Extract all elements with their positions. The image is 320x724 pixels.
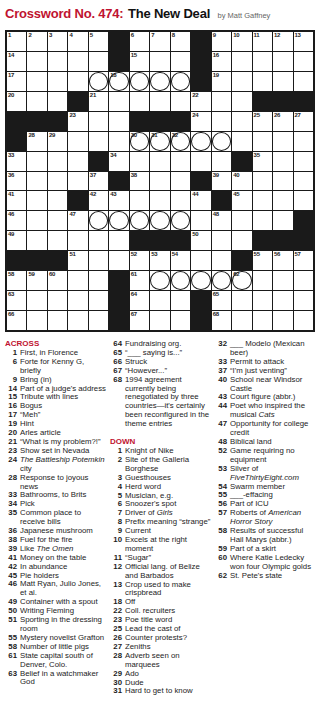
grid-cell[interactable]: [150, 291, 169, 310]
grid-cell[interactable]: [150, 191, 169, 210]
grid-cell[interactable]: [27, 211, 46, 230]
clue-text: Crop used to make crispbread: [125, 581, 211, 599]
grid-cell[interactable]: [68, 152, 87, 171]
circled-cell[interactable]: 30: [130, 132, 149, 151]
circled-cell[interactable]: [130, 72, 149, 91]
crossword-grid: 1234567891011121314151617181920212223242…: [5, 30, 315, 332]
grid-cell[interactable]: 36: [7, 172, 26, 191]
grid-cell[interactable]: [171, 311, 190, 330]
cell-number: 19: [213, 72, 219, 79]
black-square: [27, 251, 46, 270]
grid-cell[interactable]: [68, 52, 87, 71]
grid-cell[interactable]: 42: [89, 191, 108, 210]
grid-cell[interactable]: [253, 271, 272, 290]
down-clue-52: 52Game requiring no equipment: [215, 447, 315, 465]
grid-cell[interactable]: [48, 231, 67, 250]
grid-cell[interactable]: 15: [130, 52, 149, 71]
grid-cell[interactable]: 25: [253, 112, 272, 131]
grid-cell[interactable]: [89, 132, 108, 151]
down-clue-58: 58Results of successful Hail Marys (abbr…: [215, 527, 315, 545]
black-square: [68, 92, 87, 111]
circled-cell[interactable]: [191, 132, 210, 151]
grid-cell[interactable]: [48, 152, 67, 171]
grid-cell[interactable]: [273, 132, 292, 151]
grid-cell[interactable]: [68, 311, 87, 330]
clue-number: 53: [215, 465, 230, 483]
grid-cell[interactable]: 47: [68, 211, 87, 230]
grid-cell[interactable]: [27, 191, 46, 210]
clue-number: 12: [110, 563, 125, 581]
clue-number: 44: [215, 402, 230, 420]
cell-number: 27: [295, 112, 301, 119]
grid-cell[interactable]: [232, 132, 251, 151]
grid-cell[interactable]: 52: [130, 251, 149, 270]
grid-cell[interactable]: 22: [191, 92, 210, 111]
clue-text: Belief in a watchmaker God: [20, 670, 106, 688]
grid-cell[interactable]: [48, 72, 67, 91]
across-clue-61: 61State capital south of Denver, Colo.: [5, 652, 106, 670]
cell-number: 58: [8, 271, 14, 278]
grid-cell[interactable]: [89, 291, 108, 310]
grid-cell[interactable]: [294, 52, 313, 71]
grid-cell[interactable]: 54: [171, 251, 190, 270]
grid-cell[interactable]: [294, 311, 313, 330]
clue-text: 1994 agreement currently being renegotia…: [125, 376, 211, 429]
cell-number: 17: [8, 72, 14, 79]
circled-cell[interactable]: [150, 211, 169, 230]
cell-number: 10: [233, 32, 239, 39]
grid-cell[interactable]: [212, 152, 231, 171]
clue-number: 58: [215, 527, 230, 545]
grid-cell[interactable]: [232, 291, 251, 310]
grid-cell[interactable]: 66: [7, 311, 26, 330]
grid-cell[interactable]: 14: [7, 52, 26, 71]
grid-cell[interactable]: [68, 132, 87, 151]
grid-cell[interactable]: [89, 271, 108, 290]
black-square: [191, 291, 210, 310]
grid-cell[interactable]: 11: [253, 32, 272, 51]
cell-number: 5: [90, 32, 93, 39]
cell-number: 15: [131, 52, 137, 59]
grid-cell[interactable]: [150, 311, 169, 330]
grid-cell[interactable]: [253, 311, 272, 330]
cell-number: 57: [295, 251, 301, 258]
grid-cell[interactable]: 20: [7, 92, 26, 111]
puzzle-title: The New Deal: [128, 6, 210, 21]
cell-number: 61: [131, 271, 137, 278]
cell-number: 23: [69, 112, 75, 119]
grid-cell[interactable]: [130, 152, 149, 171]
grid-cell[interactable]: [109, 231, 128, 250]
grid-cell[interactable]: [232, 112, 251, 131]
clue-column-3: 32___ Modelo (Mexican beer)33Permit to a…: [215, 340, 315, 696]
grid-cell[interactable]: [171, 92, 190, 111]
grid-cell[interactable]: 51: [68, 251, 87, 270]
grid-cell[interactable]: 43: [109, 191, 128, 210]
grid-cell[interactable]: [294, 132, 313, 151]
grid-cell[interactable]: 45: [232, 191, 251, 210]
grid-cell[interactable]: 29: [48, 132, 67, 151]
grid-cell[interactable]: [48, 92, 67, 111]
cell-number: 32: [172, 132, 178, 139]
grid-cell[interactable]: 46: [7, 211, 26, 230]
grid-cell[interactable]: [68, 72, 87, 91]
grid-cell[interactable]: [171, 172, 190, 191]
grid-cell[interactable]: [253, 52, 272, 71]
grid-cell[interactable]: [273, 172, 292, 191]
black-square: [109, 52, 128, 71]
grid-cell[interactable]: 12: [273, 32, 292, 51]
grid-cell[interactable]: [150, 92, 169, 111]
cell-number: 55: [254, 251, 260, 258]
grid-cell[interactable]: 3: [48, 32, 67, 51]
grid-cell[interactable]: [89, 231, 108, 250]
circled-cell[interactable]: 62: [232, 271, 251, 290]
grid-cell[interactable]: [253, 191, 272, 210]
grid-cell[interactable]: [232, 211, 251, 230]
cell-number: 1: [8, 32, 11, 39]
grid-cell[interactable]: [109, 251, 128, 270]
black-square: [48, 251, 67, 270]
grid-cell[interactable]: [89, 112, 108, 131]
grid-cell[interactable]: [27, 291, 46, 310]
grid-cell[interactable]: 57: [294, 251, 313, 270]
circled-cell[interactable]: [150, 271, 169, 290]
black-square: [294, 231, 313, 250]
circled-cell[interactable]: [89, 72, 108, 91]
black-square: [130, 231, 149, 250]
grid-cell[interactable]: 7: [150, 32, 169, 51]
grid-cell[interactable]: 2: [27, 32, 46, 51]
grid-cell[interactable]: [171, 52, 190, 71]
grid-cell[interactable]: [171, 152, 190, 171]
grid-cell[interactable]: [273, 52, 292, 71]
grid-cell[interactable]: 38: [130, 172, 149, 191]
grid-cell[interactable]: [253, 172, 272, 191]
grid-cell[interactable]: 41: [7, 191, 26, 210]
cell-number: 37: [90, 172, 96, 179]
grid-cell[interactable]: [294, 152, 313, 171]
grid-cell[interactable]: [273, 291, 292, 310]
grid-cell[interactable]: 8: [171, 32, 190, 51]
cell-number: 59: [28, 271, 34, 278]
circled-cell[interactable]: [150, 72, 169, 91]
grid-cell[interactable]: 17: [7, 72, 26, 91]
grid-cell[interactable]: [232, 311, 251, 330]
grid-cell[interactable]: [294, 191, 313, 210]
grid-cell[interactable]: [232, 92, 251, 111]
grid-cell[interactable]: 56: [273, 251, 292, 270]
black-square: [7, 132, 26, 151]
grid-cell[interactable]: 9: [212, 32, 231, 51]
grid-cell[interactable]: 34: [109, 152, 128, 171]
black-square: [171, 231, 190, 250]
clue-text: Sporting in the dressing room: [20, 616, 106, 634]
grid-cell[interactable]: 49: [7, 231, 26, 250]
clue-number: 62: [215, 572, 230, 581]
grid-cell[interactable]: [109, 92, 128, 111]
black-square: [191, 172, 210, 191]
down-clue-44: 44Poet who inspired the musical Cats: [215, 402, 315, 420]
grid-cell[interactable]: [273, 152, 292, 171]
grid-cell[interactable]: 64: [130, 291, 149, 310]
cell-number: 45: [233, 191, 239, 198]
grid-cell[interactable]: [130, 92, 149, 111]
cell-number: 22: [192, 92, 198, 99]
cell-number: 25: [254, 112, 260, 119]
clue-number: 2: [110, 456, 125, 474]
cell-number: 64: [131, 291, 137, 298]
grid-cell[interactable]: [48, 172, 67, 191]
across-clue-6: 6Forte for Kenny G, briefly: [5, 358, 106, 376]
clue-text: St. Pete's state: [230, 572, 315, 581]
grid-cell[interactable]: [294, 72, 313, 91]
grid-cell[interactable]: 63: [7, 291, 26, 310]
grid-cell[interactable]: [273, 72, 292, 91]
grid-cell[interactable]: [212, 112, 231, 131]
down-clue-62: 62St. Pete's state: [215, 572, 315, 581]
grid-cell[interactable]: 61: [130, 271, 149, 290]
cell-number: 68: [213, 311, 219, 318]
grid-cell[interactable]: [253, 72, 272, 91]
circled-cell[interactable]: 18: [109, 72, 128, 91]
grid-cell[interactable]: 44: [191, 191, 210, 210]
cell-number: 2: [28, 32, 31, 39]
grid-cell[interactable]: [27, 231, 46, 250]
clue-text: Where Katie Ledecky won four Olympic gol…: [230, 554, 315, 572]
grid-cell[interactable]: [191, 152, 210, 171]
grid-cell[interactable]: [294, 271, 313, 290]
grid-cell[interactable]: [232, 72, 251, 91]
cell-number: 13: [295, 32, 301, 39]
grid-cell[interactable]: 6: [130, 32, 149, 51]
grid-cell[interactable]: [48, 311, 67, 330]
grid-cell[interactable]: 5: [89, 32, 108, 51]
clue-text: State capital south of Denver, Colo.: [20, 652, 106, 670]
clue-number: 52: [215, 447, 230, 465]
grid-cell[interactable]: [253, 291, 272, 310]
black-square: [273, 92, 292, 111]
circled-cell[interactable]: [109, 211, 128, 230]
grid-cell[interactable]: 33: [7, 152, 26, 171]
down-clue-57: 57Roberts of American Horror Story: [215, 509, 315, 527]
clue-number: 63: [5, 670, 20, 688]
grid-cell[interactable]: 24: [191, 112, 210, 131]
cell-number: 35: [254, 152, 260, 159]
circled-cell[interactable]: [89, 211, 108, 230]
clue-text: Common place to receive bills: [20, 509, 106, 527]
grid-cell[interactable]: 60: [48, 271, 67, 290]
cell-number: 60: [49, 271, 55, 278]
cell-number: 67: [131, 311, 137, 318]
cell-number: 6: [131, 32, 134, 39]
clue-number: 6: [5, 358, 20, 376]
grid-cell[interactable]: 65: [212, 291, 231, 310]
grid-cell[interactable]: 19: [212, 72, 231, 91]
grid-cell[interactable]: [212, 92, 231, 111]
grid-cell[interactable]: [48, 52, 67, 71]
grid-cell[interactable]: 27: [294, 112, 313, 131]
across-clue-46: 46Matt Ryan, Julio Jones, et al.: [5, 580, 106, 598]
down-clue-53: 53Silver of FiveThirtyEight.com: [215, 465, 315, 483]
grid-cell[interactable]: 40: [232, 172, 251, 191]
grid-cell[interactable]: [171, 291, 190, 310]
cell-number: 3: [49, 32, 52, 39]
grid-cell[interactable]: 10: [232, 32, 251, 51]
grid-cell[interactable]: [273, 211, 292, 230]
circled-cell[interactable]: [191, 271, 210, 290]
grid-cell[interactable]: [150, 52, 169, 71]
cell-number: 53: [151, 251, 157, 258]
grid-cell[interactable]: [273, 271, 292, 290]
grid-cell[interactable]: 13: [294, 32, 313, 51]
clue-number: 40: [215, 376, 230, 394]
grid-cell[interactable]: [191, 211, 210, 230]
clue-text: Site of the Galleria Borghese: [125, 456, 211, 474]
grid-cell[interactable]: [253, 132, 272, 151]
clue-text: Poet who inspired the musical Cats: [230, 402, 315, 420]
grid-cell[interactable]: [89, 251, 108, 270]
grid-cell[interactable]: [294, 172, 313, 191]
grid-cell[interactable]: [273, 191, 292, 210]
down-clue-32: 32___ Modelo (Mexican beer): [215, 340, 315, 358]
cell-number: 14: [8, 52, 14, 59]
grid-cell[interactable]: 23: [68, 112, 87, 131]
puzzle-number-label: Crossword No. 474:: [5, 6, 124, 21]
grid-cell[interactable]: [212, 251, 231, 270]
black-square: [212, 191, 231, 210]
black-square: [191, 32, 210, 51]
clue-text: Matt Ryan, Julio Jones, et al.: [20, 580, 106, 598]
black-square: [232, 152, 251, 171]
circled-cell[interactable]: 32: [171, 132, 190, 151]
grid-cell[interactable]: [171, 191, 190, 210]
black-square: [109, 172, 128, 191]
grid-cell[interactable]: [150, 172, 169, 191]
puzzle-byline: by Matt Gaffney: [218, 11, 271, 20]
clue-number: 24: [5, 456, 20, 474]
black-square: [191, 52, 210, 71]
circled-cell[interactable]: [212, 132, 231, 151]
grid-cell[interactable]: [48, 191, 67, 210]
grid-cell[interactable]: [294, 291, 313, 310]
circled-cell[interactable]: [130, 211, 149, 230]
down-clue-12: 12Official lang. of Belize and Barbados: [110, 563, 211, 581]
grid-cell[interactable]: [27, 92, 46, 111]
grid-cell[interactable]: [68, 172, 87, 191]
grid-cell[interactable]: 53: [150, 251, 169, 270]
grid-cell[interactable]: [68, 231, 87, 250]
grid-cell[interactable]: [27, 72, 46, 91]
cell-number: 54: [172, 251, 178, 258]
clue-number: 51: [5, 616, 20, 634]
grid-cell[interactable]: 59: [27, 271, 46, 290]
across-clue-63: 63Belief in a watchmaker God: [5, 670, 106, 688]
cell-number: 38: [131, 172, 137, 179]
grid-cell[interactable]: 67: [130, 311, 149, 330]
grid-cell[interactable]: 35: [253, 152, 272, 171]
grid-cell[interactable]: [48, 291, 67, 310]
circled-cell[interactable]: 31: [150, 132, 169, 151]
grid-cell[interactable]: [68, 291, 87, 310]
grid-cell[interactable]: [48, 211, 67, 230]
grid-cell[interactable]: [150, 152, 169, 171]
grid-cell[interactable]: [232, 52, 251, 71]
black-square: [294, 211, 313, 230]
cell-number: 36: [8, 172, 14, 179]
grid-cell[interactable]: [109, 112, 128, 131]
grid-cell[interactable]: 16: [212, 52, 231, 71]
grid-cell[interactable]: 26: [273, 112, 292, 131]
cell-number: 43: [110, 191, 116, 198]
cell-number: 29: [49, 132, 55, 139]
grid-cell[interactable]: [68, 271, 87, 290]
grid-cell[interactable]: [109, 132, 128, 151]
clue-text: Silver of FiveThirtyEight.com: [230, 465, 315, 483]
cell-number: 62: [233, 271, 239, 278]
grid-cell[interactable]: [212, 231, 231, 250]
grid-cell[interactable]: 55: [253, 251, 272, 270]
grid-cell[interactable]: 1: [7, 32, 26, 51]
across-clue-35: 35Common place to receive bills: [5, 509, 106, 527]
clue-text: Roberts of American Horror Story: [230, 509, 315, 527]
grid-cell[interactable]: [27, 311, 46, 330]
grid-cell[interactable]: [27, 172, 46, 191]
clue-text: The Battleship Potemkin city: [20, 456, 106, 474]
cell-number: 52: [131, 251, 137, 258]
clue-text: School near Windsor Castle: [230, 376, 315, 394]
circled-cell[interactable]: [171, 211, 190, 230]
grid-cell[interactable]: 48: [212, 211, 231, 230]
grid-cell[interactable]: 28: [27, 132, 46, 151]
grid-cell[interactable]: [191, 251, 210, 270]
circled-cell[interactable]: [212, 271, 231, 290]
grid-cell[interactable]: [89, 311, 108, 330]
grid-cell[interactable]: 58: [7, 271, 26, 290]
cell-number: 30: [131, 132, 137, 139]
grid-cell[interactable]: [253, 211, 272, 230]
grid-cell[interactable]: [27, 152, 46, 171]
cell-number: 44: [192, 191, 198, 198]
grid-cell[interactable]: [89, 52, 108, 71]
clue-text: Excels at the right moment: [125, 536, 211, 554]
black-square: [171, 112, 190, 131]
cell-number: 56: [274, 251, 280, 258]
across-clue-24: 24The Battleship Potemkin city: [5, 456, 106, 474]
cell-number: 21: [90, 92, 96, 99]
grid-cell[interactable]: [27, 52, 46, 71]
cell-number: 12: [274, 32, 280, 39]
grid-cell[interactable]: 68: [212, 311, 231, 330]
circled-cell[interactable]: [171, 271, 190, 290]
grid-cell[interactable]: [130, 191, 149, 210]
cell-number: 4: [69, 32, 72, 39]
clue-number: 28: [5, 474, 20, 492]
cell-number: 46: [8, 211, 14, 218]
grid-cell[interactable]: 37: [89, 172, 108, 191]
circled-cell[interactable]: [171, 72, 190, 91]
grid-cell[interactable]: [232, 231, 251, 250]
clue-column-1: ACROSS1First, in Florence6Forte for Kenn…: [5, 340, 106, 696]
clue-number: 61: [5, 652, 20, 670]
grid-cell[interactable]: [273, 311, 292, 330]
clue-area: ACROSS1First, in Florence6Forte for Kenn…: [0, 332, 320, 696]
grid-cell[interactable]: 4: [68, 32, 87, 51]
grid-cell[interactable]: 39: [212, 172, 231, 191]
grid-cell[interactable]: 21: [89, 92, 108, 111]
clue-text: Adverb seen on marquees: [125, 652, 211, 670]
grid-cell[interactable]: 50: [191, 231, 210, 250]
